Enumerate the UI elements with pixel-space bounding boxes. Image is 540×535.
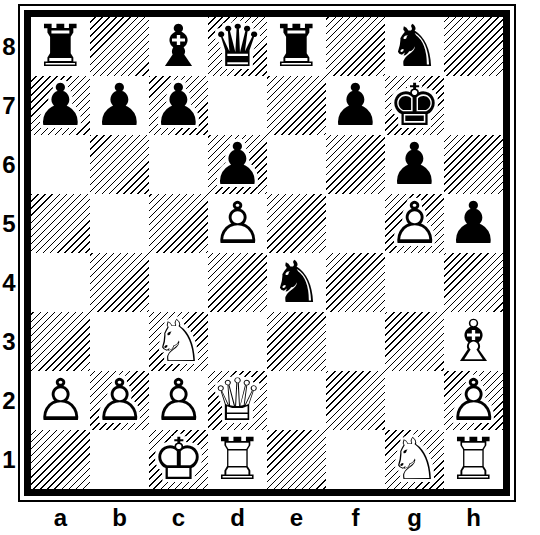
piece-white-bishop: ♝♗ xyxy=(444,312,503,371)
rank-label-6: 6 xyxy=(0,135,18,194)
square-h6[interactable] xyxy=(444,135,503,194)
square-g6[interactable]: ♟ xyxy=(385,135,444,194)
square-c6[interactable] xyxy=(149,135,208,194)
square-d3[interactable] xyxy=(208,312,267,371)
piece-black-pawn: ♟ xyxy=(208,135,267,194)
piece-black-knight: ♞ xyxy=(385,17,444,76)
board-border: ♜♝♛♜♞♟♟♟♟♚♟♟♟♙♟♙♟♞♞♘♝♗♟♙♟♙♟♙♛♕♟♙♚♔♜♖♞♘♜♖ xyxy=(24,10,510,496)
square-f7[interactable]: ♟ xyxy=(326,76,385,135)
piece-white-knight: ♞♘ xyxy=(385,430,444,489)
piece-black-king: ♚ xyxy=(385,76,444,135)
square-a1[interactable] xyxy=(31,430,90,489)
piece-white-pawn: ♟♙ xyxy=(444,371,503,430)
file-label-d: d xyxy=(208,503,267,533)
square-c1[interactable]: ♚♔ xyxy=(149,430,208,489)
square-g1[interactable]: ♞♘ xyxy=(385,430,444,489)
file-label-h: h xyxy=(444,503,503,533)
square-f2[interactable] xyxy=(326,371,385,430)
piece-black-knight: ♞ xyxy=(267,253,326,312)
square-g5[interactable]: ♟♙ xyxy=(385,194,444,253)
file-label-a: a xyxy=(31,503,90,533)
rank-label-1: 1 xyxy=(0,430,18,489)
square-d8[interactable]: ♛ xyxy=(208,17,267,76)
rank-label-3: 3 xyxy=(0,312,18,371)
square-b1[interactable] xyxy=(90,430,149,489)
piece-white-king: ♚♔ xyxy=(149,430,208,489)
square-c8[interactable]: ♝ xyxy=(149,17,208,76)
square-c7[interactable]: ♟ xyxy=(149,76,208,135)
square-a7[interactable]: ♟ xyxy=(31,76,90,135)
piece-black-rook: ♜ xyxy=(267,17,326,76)
square-e1[interactable] xyxy=(267,430,326,489)
square-a3[interactable] xyxy=(31,312,90,371)
piece-white-pawn: ♟♙ xyxy=(31,371,90,430)
square-e8[interactable]: ♜ xyxy=(267,17,326,76)
piece-white-pawn: ♟♙ xyxy=(90,371,149,430)
square-f3[interactable] xyxy=(326,312,385,371)
piece-black-pawn: ♟ xyxy=(444,194,503,253)
rank-label-8: 8 xyxy=(0,17,18,76)
square-b2[interactable]: ♟♙ xyxy=(90,371,149,430)
square-c4[interactable] xyxy=(149,253,208,312)
square-b3[interactable] xyxy=(90,312,149,371)
piece-white-rook: ♜♖ xyxy=(444,430,503,489)
file-label-b: b xyxy=(90,503,149,533)
file-label-f: f xyxy=(326,503,385,533)
rank-labels: 87654321 xyxy=(0,17,18,489)
square-b4[interactable] xyxy=(90,253,149,312)
square-h7[interactable] xyxy=(444,76,503,135)
piece-white-pawn: ♟♙ xyxy=(208,194,267,253)
piece-white-knight: ♞♘ xyxy=(149,312,208,371)
piece-black-rook: ♜ xyxy=(31,17,90,76)
file-label-e: e xyxy=(267,503,326,533)
square-e2[interactable] xyxy=(267,371,326,430)
square-g3[interactable] xyxy=(385,312,444,371)
square-d2[interactable]: ♛♕ xyxy=(208,371,267,430)
square-h3[interactable]: ♝♗ xyxy=(444,312,503,371)
square-h4[interactable] xyxy=(444,253,503,312)
square-e6[interactable] xyxy=(267,135,326,194)
file-label-c: c xyxy=(149,503,208,533)
chess-diagram: 87654321 ♜♝♛♜♞♟♟♟♟♚♟♟♟♙♟♙♟♞♞♘♝♗♟♙♟♙♟♙♛♕♟… xyxy=(0,0,540,535)
square-f6[interactable] xyxy=(326,135,385,194)
piece-black-pawn: ♟ xyxy=(149,76,208,135)
square-e7[interactable] xyxy=(267,76,326,135)
square-e5[interactable] xyxy=(267,194,326,253)
square-b6[interactable] xyxy=(90,135,149,194)
square-f5[interactable] xyxy=(326,194,385,253)
piece-black-pawn: ♟ xyxy=(326,76,385,135)
rank-label-4: 4 xyxy=(0,253,18,312)
piece-white-rook: ♜♖ xyxy=(208,430,267,489)
square-c5[interactable] xyxy=(149,194,208,253)
board-frame: ♜♝♛♜♞♟♟♟♟♚♟♟♟♙♟♙♟♞♞♘♝♗♟♙♟♙♟♙♛♕♟♙♚♔♜♖♞♘♜♖ xyxy=(18,4,516,502)
square-a6[interactable] xyxy=(31,135,90,194)
square-d5[interactable]: ♟♙ xyxy=(208,194,267,253)
piece-white-queen: ♛♕ xyxy=(208,371,267,430)
square-f8[interactable] xyxy=(326,17,385,76)
square-e3[interactable] xyxy=(267,312,326,371)
piece-black-queen: ♛ xyxy=(208,17,267,76)
piece-white-pawn: ♟♙ xyxy=(385,194,444,253)
square-a4[interactable] xyxy=(31,253,90,312)
square-h5[interactable]: ♟ xyxy=(444,194,503,253)
rank-label-2: 2 xyxy=(0,371,18,430)
square-g7[interactable]: ♚ xyxy=(385,76,444,135)
square-a2[interactable]: ♟♙ xyxy=(31,371,90,430)
square-d1[interactable]: ♜♖ xyxy=(208,430,267,489)
file-labels: abcdefgh xyxy=(31,503,503,533)
square-g8[interactable]: ♞ xyxy=(385,17,444,76)
piece-black-pawn: ♟ xyxy=(31,76,90,135)
rank-label-7: 7 xyxy=(0,76,18,135)
square-b5[interactable] xyxy=(90,194,149,253)
square-b8[interactable] xyxy=(90,17,149,76)
square-a5[interactable] xyxy=(31,194,90,253)
square-g4[interactable] xyxy=(385,253,444,312)
square-e4[interactable]: ♞ xyxy=(267,253,326,312)
square-c3[interactable]: ♞♘ xyxy=(149,312,208,371)
piece-black-pawn: ♟ xyxy=(385,135,444,194)
square-h1[interactable]: ♜♖ xyxy=(444,430,503,489)
square-h8[interactable] xyxy=(444,17,503,76)
square-c2[interactable]: ♟♙ xyxy=(149,371,208,430)
square-f4[interactable] xyxy=(326,253,385,312)
square-d4[interactable] xyxy=(208,253,267,312)
square-a8[interactable]: ♜ xyxy=(31,17,90,76)
square-d6[interactable]: ♟ xyxy=(208,135,267,194)
rank-label-5: 5 xyxy=(0,194,18,253)
piece-black-pawn: ♟ xyxy=(90,76,149,135)
chess-board: ♜♝♛♜♞♟♟♟♟♚♟♟♟♙♟♙♟♞♞♘♝♗♟♙♟♙♟♙♛♕♟♙♚♔♜♖♞♘♜♖ xyxy=(31,17,503,489)
square-g2[interactable] xyxy=(385,371,444,430)
file-label-g: g xyxy=(385,503,444,533)
square-d7[interactable] xyxy=(208,76,267,135)
square-h2[interactable]: ♟♙ xyxy=(444,371,503,430)
square-b7[interactable]: ♟ xyxy=(90,76,149,135)
piece-white-pawn: ♟♙ xyxy=(149,371,208,430)
piece-black-bishop: ♝ xyxy=(149,17,208,76)
square-f1[interactable] xyxy=(326,430,385,489)
